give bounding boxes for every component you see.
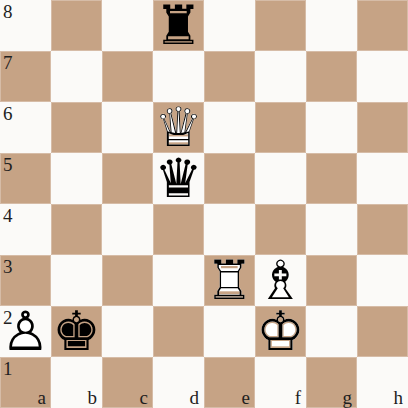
- square-e4[interactable]: [204, 204, 255, 255]
- square-a4[interactable]: 4: [0, 204, 51, 255]
- square-b4[interactable]: [51, 204, 102, 255]
- square-h2[interactable]: [357, 306, 408, 357]
- square-f1[interactable]: f: [255, 357, 306, 408]
- square-a6[interactable]: 6: [0, 102, 51, 153]
- rank-label-4: 4: [3, 206, 13, 225]
- square-b8[interactable]: [51, 0, 102, 51]
- white-pawn-outline-layer: ♙: [0, 306, 51, 357]
- white-king-outline-layer: ♔: [255, 306, 306, 357]
- piece-white-bishop[interactable]: ♝♗: [255, 255, 306, 306]
- square-b5[interactable]: [51, 153, 102, 204]
- square-h1[interactable]: h: [357, 357, 408, 408]
- square-g6[interactable]: [306, 102, 357, 153]
- file-label-f: f: [295, 388, 301, 407]
- piece-white-rook[interactable]: ♜♖: [204, 255, 255, 306]
- square-c2[interactable]: [102, 306, 153, 357]
- chess-board: 8♜76♛♕5♛43♜♖♝♗2♟♙♚♚♔1abcdefgh: [0, 0, 408, 408]
- square-g1[interactable]: g: [306, 357, 357, 408]
- file-label-e: e: [242, 388, 250, 407]
- square-g5[interactable]: [306, 153, 357, 204]
- square-f4[interactable]: [255, 204, 306, 255]
- square-a2[interactable]: 2♟♙: [0, 306, 51, 357]
- square-e7[interactable]: [204, 51, 255, 102]
- black-queen-glyph: ♛: [153, 153, 204, 204]
- black-king-glyph: ♚: [51, 306, 102, 357]
- square-c6[interactable]: [102, 102, 153, 153]
- rank-label-3: 3: [3, 257, 13, 276]
- square-e5[interactable]: [204, 153, 255, 204]
- piece-white-queen[interactable]: ♛♕: [153, 102, 204, 153]
- square-g8[interactable]: [306, 0, 357, 51]
- square-d7[interactable]: [153, 51, 204, 102]
- square-f6[interactable]: [255, 102, 306, 153]
- square-f5[interactable]: [255, 153, 306, 204]
- file-label-c: c: [140, 388, 148, 407]
- square-d2[interactable]: [153, 306, 204, 357]
- square-c8[interactable]: [102, 0, 153, 51]
- square-h5[interactable]: [357, 153, 408, 204]
- piece-black-rook[interactable]: ♜: [153, 0, 204, 51]
- square-h3[interactable]: [357, 255, 408, 306]
- square-h6[interactable]: [357, 102, 408, 153]
- square-b7[interactable]: [51, 51, 102, 102]
- file-label-a: a: [38, 388, 46, 407]
- white-queen-outline-layer: ♕: [153, 102, 204, 153]
- square-g7[interactable]: [306, 51, 357, 102]
- file-label-g: g: [343, 388, 353, 407]
- square-e3[interactable]: ♜♖: [204, 255, 255, 306]
- rank-label-7: 7: [3, 53, 13, 72]
- piece-black-queen[interactable]: ♛: [153, 153, 204, 204]
- square-e6[interactable]: [204, 102, 255, 153]
- square-b6[interactable]: [51, 102, 102, 153]
- square-e1[interactable]: e: [204, 357, 255, 408]
- square-c7[interactable]: [102, 51, 153, 102]
- square-d8[interactable]: ♜: [153, 0, 204, 51]
- square-h7[interactable]: [357, 51, 408, 102]
- square-g4[interactable]: [306, 204, 357, 255]
- square-d1[interactable]: d: [153, 357, 204, 408]
- file-label-b: b: [88, 388, 98, 407]
- square-a1[interactable]: 1a: [0, 357, 51, 408]
- square-a5[interactable]: 5: [0, 153, 51, 204]
- square-h4[interactable]: [357, 204, 408, 255]
- square-c3[interactable]: [102, 255, 153, 306]
- piece-black-king[interactable]: ♚: [51, 306, 102, 357]
- square-f2[interactable]: ♚♔: [255, 306, 306, 357]
- square-b2[interactable]: ♚: [51, 306, 102, 357]
- square-b3[interactable]: [51, 255, 102, 306]
- square-a3[interactable]: 3: [0, 255, 51, 306]
- square-g2[interactable]: [306, 306, 357, 357]
- square-c1[interactable]: c: [102, 357, 153, 408]
- square-e8[interactable]: [204, 0, 255, 51]
- white-bishop-outline-layer: ♗: [255, 255, 306, 306]
- square-b1[interactable]: b: [51, 357, 102, 408]
- rank-label-6: 6: [3, 104, 13, 123]
- square-d3[interactable]: [153, 255, 204, 306]
- square-d4[interactable]: [153, 204, 204, 255]
- square-c5[interactable]: [102, 153, 153, 204]
- file-label-h: h: [394, 388, 404, 407]
- square-a7[interactable]: 7: [0, 51, 51, 102]
- black-rook-glyph: ♜: [153, 0, 204, 51]
- rank-label-5: 5: [3, 155, 13, 174]
- piece-white-king[interactable]: ♚♔: [255, 306, 306, 357]
- square-d5[interactable]: ♛: [153, 153, 204, 204]
- square-h8[interactable]: [357, 0, 408, 51]
- square-a8[interactable]: 8: [0, 0, 51, 51]
- square-e2[interactable]: [204, 306, 255, 357]
- square-d6[interactable]: ♛♕: [153, 102, 204, 153]
- square-c4[interactable]: [102, 204, 153, 255]
- white-rook-outline-layer: ♖: [204, 255, 255, 306]
- square-f8[interactable]: [255, 0, 306, 51]
- piece-white-pawn[interactable]: ♟♙: [0, 306, 51, 357]
- rank-label-8: 8: [3, 2, 13, 21]
- file-label-d: d: [190, 388, 200, 407]
- square-f7[interactable]: [255, 51, 306, 102]
- square-g3[interactable]: [306, 255, 357, 306]
- square-f3[interactable]: ♝♗: [255, 255, 306, 306]
